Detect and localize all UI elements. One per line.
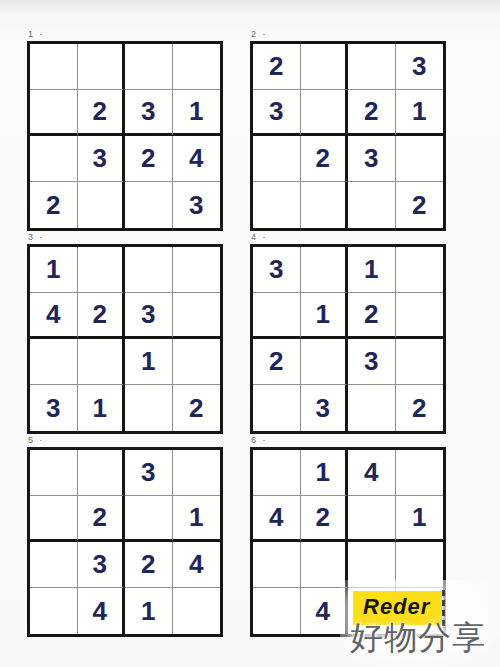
puzzle1-cell-r4c1: 2 (30, 182, 78, 228)
puzzle1-cell-r2c1 (30, 90, 78, 136)
sudoku-worksheet: { "game": "4x4 mini sudoku worksheet (6 … (0, 0, 500, 667)
puzzle5-cell-r2c2: 2 (78, 496, 126, 542)
puzzle6-cell-r2c3 (348, 496, 396, 542)
puzzle1-cell-r2c2: 2 (78, 90, 126, 136)
puzzle5-cell-r1c3: 3 (125, 450, 173, 496)
puzzle-6-label: 6 · (250, 435, 446, 447)
puzzle4-cell-r1c1: 3 (253, 247, 301, 293)
puzzle5-cell-r3c3: 2 (125, 542, 173, 588)
puzzle-4: 4 · 31122332 (250, 232, 446, 434)
puzzle3-cell-r4c4: 2 (173, 385, 221, 431)
puzzle2-cell-r4c2 (301, 182, 349, 228)
puzzle3-cell-r3c1 (30, 339, 78, 385)
puzzle6-cell-r3c1 (253, 542, 301, 588)
puzzle4-cell-r4c3 (348, 385, 396, 431)
puzzle3-cell-r2c2: 2 (78, 293, 126, 339)
puzzle1-cell-r3c2: 3 (78, 136, 126, 182)
puzzle2-cell-r1c4: 3 (396, 44, 444, 90)
puzzle3-cell-r3c3: 1 (125, 339, 173, 385)
puzzle6-cell-r2c2: 2 (301, 496, 349, 542)
puzzle4-cell-r1c2 (301, 247, 349, 293)
puzzle6-cell-r2c4: 1 (396, 496, 444, 542)
puzzle2-cell-r2c4: 1 (396, 90, 444, 136)
puzzle1-cell-r4c2 (78, 182, 126, 228)
puzzle2-cell-r2c1: 3 (253, 90, 301, 136)
puzzle1-cell-r3c4: 4 (173, 136, 221, 182)
puzzle4-cell-r1c3: 1 (348, 247, 396, 293)
puzzle6-cell-r1c2: 1 (301, 450, 349, 496)
puzzle-4-label: 4 · (250, 232, 446, 244)
puzzle2-cell-r1c2 (301, 44, 349, 90)
puzzle6-cell-r1c1 (253, 450, 301, 496)
puzzle5-cell-r3c2: 3 (78, 542, 126, 588)
puzzle3-cell-r4c2: 1 (78, 385, 126, 431)
puzzle2-cell-r2c2 (301, 90, 349, 136)
puzzle-1: 1 · 23132423 (27, 29, 223, 231)
puzzle-2-label: 2 · (250, 29, 446, 41)
puzzle2-cell-r3c4 (396, 136, 444, 182)
puzzle4-cell-r3c4 (396, 339, 444, 385)
puzzle5-cell-r2c1 (30, 496, 78, 542)
puzzle2-cell-r2c3: 2 (348, 90, 396, 136)
puzzle5-cell-r1c4 (173, 450, 221, 496)
puzzle5-cell-r1c1 (30, 450, 78, 496)
puzzle3-cell-r2c1: 4 (30, 293, 78, 339)
puzzle6-cell-r1c3: 4 (348, 450, 396, 496)
puzzle5-cell-r2c4: 1 (173, 496, 221, 542)
puzzle5-cell-r4c1 (30, 588, 78, 634)
puzzle1-cell-r1c2 (78, 44, 126, 90)
puzzle2-cell-r1c1: 2 (253, 44, 301, 90)
puzzle4-cell-r4c2: 3 (301, 385, 349, 431)
puzzle4-cell-r3c1: 2 (253, 339, 301, 385)
puzzle6-cell-r4c2: 4 (301, 588, 349, 634)
puzzle1-cell-r2c4: 1 (173, 90, 221, 136)
puzzle-grid-5: 32132441 (27, 447, 223, 637)
puzzle3-cell-r3c4 (173, 339, 221, 385)
puzzle-5-label: 5 · (27, 435, 223, 447)
puzzle-grid-1: 23132423 (27, 41, 223, 231)
puzzle5-cell-r3c1 (30, 542, 78, 588)
puzzle-2: 2 · 23321232 (250, 29, 446, 231)
puzzle1-cell-r1c4 (173, 44, 221, 90)
puzzle-grid-3: 14231312 (27, 244, 223, 434)
puzzle6-cell-r3c2 (301, 542, 349, 588)
puzzle1-cell-r2c3: 3 (125, 90, 173, 136)
puzzle3-cell-r1c4 (173, 247, 221, 293)
puzzle1-cell-r1c3 (125, 44, 173, 90)
puzzle5-cell-r2c3 (125, 496, 173, 542)
puzzle-3-label: 3 · (27, 232, 223, 244)
puzzle5-cell-r3c4: 4 (173, 542, 221, 588)
puzzle1-cell-r4c3 (125, 182, 173, 228)
puzzle1-cell-r1c1 (30, 44, 78, 90)
watermark-caption: 好物分享 (350, 616, 500, 661)
puzzle1-cell-r4c4: 3 (173, 182, 221, 228)
puzzle3-cell-r1c2 (78, 247, 126, 293)
puzzle2-cell-r4c4: 2 (396, 182, 444, 228)
puzzle6-cell-r1c4 (396, 450, 444, 496)
puzzle3-cell-r3c2 (78, 339, 126, 385)
puzzle4-cell-r2c3: 2 (348, 293, 396, 339)
puzzle5-cell-r4c3: 1 (125, 588, 173, 634)
puzzle5-cell-r4c4 (173, 588, 221, 634)
puzzle-grid-2: 23321232 (250, 41, 446, 231)
puzzle1-cell-r3c3: 2 (125, 136, 173, 182)
puzzle-3: 3 · 14231312 (27, 232, 223, 434)
puzzle3-cell-r1c3 (125, 247, 173, 293)
puzzle4-cell-r2c4 (396, 293, 444, 339)
puzzle6-cell-r3c3 (348, 542, 396, 588)
puzzle6-cell-r2c1: 4 (253, 496, 301, 542)
puzzle4-cell-r3c3: 3 (348, 339, 396, 385)
puzzle4-cell-r1c4 (396, 247, 444, 293)
puzzle3-cell-r1c1: 1 (30, 247, 78, 293)
puzzle5-cell-r1c2 (78, 450, 126, 496)
puzzle3-cell-r4c1: 3 (30, 385, 78, 431)
puzzle4-cell-r3c2 (301, 339, 349, 385)
puzzle1-cell-r3c1 (30, 136, 78, 182)
puzzle3-cell-r4c3 (125, 385, 173, 431)
puzzle2-cell-r3c2: 2 (301, 136, 349, 182)
puzzle6-cell-r4c1 (253, 588, 301, 634)
puzzle4-cell-r2c1 (253, 293, 301, 339)
puzzle4-cell-r4c4: 2 (396, 385, 444, 431)
puzzle2-cell-r3c3: 3 (348, 136, 396, 182)
puzzle3-cell-r2c3: 3 (125, 293, 173, 339)
puzzle5-cell-r4c2: 4 (78, 588, 126, 634)
puzzle-grid-4: 31122332 (250, 244, 446, 434)
puzzle2-cell-r1c3 (348, 44, 396, 90)
puzzle2-cell-r4c3 (348, 182, 396, 228)
puzzle2-cell-r4c1 (253, 182, 301, 228)
puzzle4-cell-r4c1 (253, 385, 301, 431)
puzzle4-cell-r2c2: 1 (301, 293, 349, 339)
puzzle2-cell-r3c1 (253, 136, 301, 182)
puzzle-5: 5 · 32132441 (27, 435, 223, 637)
puzzle-1-label: 1 · (27, 29, 223, 41)
puzzle6-cell-r3c4 (396, 542, 444, 588)
puzzle3-cell-r2c4 (173, 293, 221, 339)
